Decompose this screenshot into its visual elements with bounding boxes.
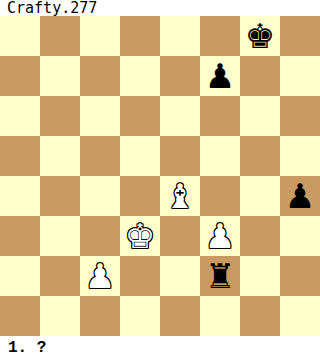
- white-pawn[interactable]: ♟: [205, 216, 235, 256]
- square-a5[interactable]: [0, 136, 40, 176]
- square-h1[interactable]: [280, 296, 320, 336]
- square-d2[interactable]: [120, 256, 160, 296]
- square-f8[interactable]: [200, 16, 240, 56]
- square-f3[interactable]: ♟: [200, 216, 240, 256]
- square-c5[interactable]: [80, 136, 120, 176]
- black-rook[interactable]: ♜: [205, 256, 235, 296]
- square-c1[interactable]: [80, 296, 120, 336]
- square-b2[interactable]: [40, 256, 80, 296]
- square-e4[interactable]: ♝: [160, 176, 200, 216]
- square-h6[interactable]: [280, 96, 320, 136]
- square-f5[interactable]: [200, 136, 240, 176]
- square-c8[interactable]: [80, 16, 120, 56]
- square-b6[interactable]: [40, 96, 80, 136]
- square-f6[interactable]: [200, 96, 240, 136]
- square-g8[interactable]: ♚: [240, 16, 280, 56]
- white-king[interactable]: ♚: [125, 216, 155, 256]
- square-e7[interactable]: [160, 56, 200, 96]
- square-b3[interactable]: [40, 216, 80, 256]
- white-pawn[interactable]: ♟: [85, 256, 115, 296]
- square-c7[interactable]: [80, 56, 120, 96]
- square-f7[interactable]: ♟: [200, 56, 240, 96]
- square-e3[interactable]: [160, 216, 200, 256]
- square-d7[interactable]: [120, 56, 160, 96]
- crafty-window: Crafty.277 ♚♟♝♟♚♟♟♜ 1. ?: [0, 0, 320, 360]
- square-d1[interactable]: [120, 296, 160, 336]
- square-c3[interactable]: [80, 216, 120, 256]
- square-g6[interactable]: [240, 96, 280, 136]
- square-a2[interactable]: [0, 256, 40, 296]
- square-b7[interactable]: [40, 56, 80, 96]
- square-c2[interactable]: ♟: [80, 256, 120, 296]
- square-a7[interactable]: [0, 56, 40, 96]
- square-b4[interactable]: [40, 176, 80, 216]
- square-d5[interactable]: [120, 136, 160, 176]
- square-e2[interactable]: [160, 256, 200, 296]
- square-h4[interactable]: ♟: [280, 176, 320, 216]
- square-h3[interactable]: [280, 216, 320, 256]
- square-e8[interactable]: [160, 16, 200, 56]
- square-h5[interactable]: [280, 136, 320, 176]
- square-f4[interactable]: [200, 176, 240, 216]
- square-h8[interactable]: [280, 16, 320, 56]
- square-f2[interactable]: ♜: [200, 256, 240, 296]
- square-a8[interactable]: [0, 16, 40, 56]
- window-title: Crafty.277: [0, 0, 320, 16]
- black-pawn[interactable]: ♟: [285, 176, 315, 216]
- move-prompt: 1. ?: [0, 336, 320, 360]
- square-g1[interactable]: [240, 296, 280, 336]
- square-b8[interactable]: [40, 16, 80, 56]
- square-a4[interactable]: [0, 176, 40, 216]
- square-g4[interactable]: [240, 176, 280, 216]
- square-e6[interactable]: [160, 96, 200, 136]
- black-pawn[interactable]: ♟: [205, 56, 235, 96]
- chess-board: ♚♟♝♟♚♟♟♜: [0, 16, 320, 336]
- square-h2[interactable]: [280, 256, 320, 296]
- black-king[interactable]: ♚: [245, 16, 275, 56]
- square-e5[interactable]: [160, 136, 200, 176]
- square-h7[interactable]: [280, 56, 320, 96]
- square-a3[interactable]: [0, 216, 40, 256]
- square-c6[interactable]: [80, 96, 120, 136]
- square-d4[interactable]: [120, 176, 160, 216]
- square-d6[interactable]: [120, 96, 160, 136]
- square-e1[interactable]: [160, 296, 200, 336]
- square-b5[interactable]: [40, 136, 80, 176]
- square-a1[interactable]: [0, 296, 40, 336]
- square-g7[interactable]: [240, 56, 280, 96]
- square-d3[interactable]: ♚: [120, 216, 160, 256]
- square-c4[interactable]: [80, 176, 120, 216]
- square-d8[interactable]: [120, 16, 160, 56]
- square-g2[interactable]: [240, 256, 280, 296]
- square-g3[interactable]: [240, 216, 280, 256]
- white-bishop[interactable]: ♝: [165, 176, 195, 216]
- square-b1[interactable]: [40, 296, 80, 336]
- square-g5[interactable]: [240, 136, 280, 176]
- square-a6[interactable]: [0, 96, 40, 136]
- square-f1[interactable]: [200, 296, 240, 336]
